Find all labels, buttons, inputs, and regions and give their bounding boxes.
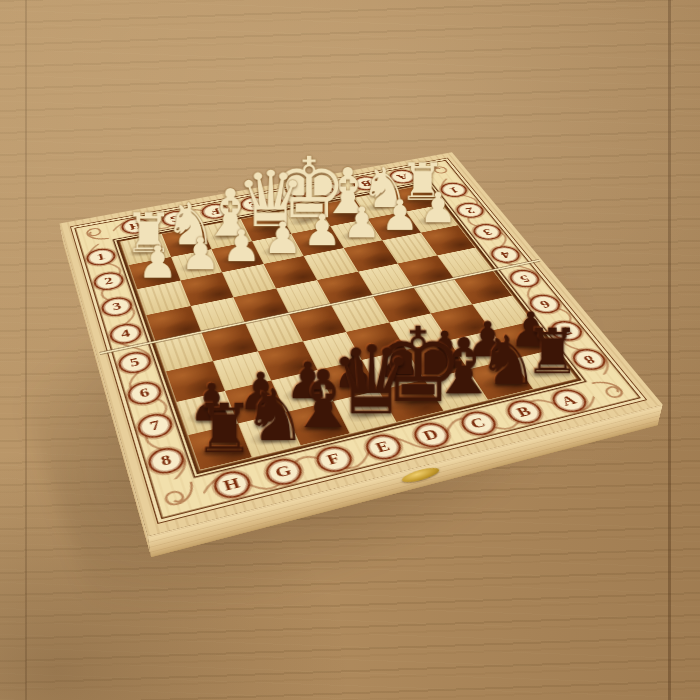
coord-file-b: B (501, 398, 546, 427)
coord-file-h: H (210, 468, 254, 502)
black-rook-glyph: ♜ (194, 398, 255, 461)
coord-file-d: D (409, 420, 454, 451)
scroll-icon (151, 476, 207, 520)
coord-file-f: F (311, 443, 356, 475)
coord-file-a: A (546, 387, 592, 416)
white-pawn-glyph: ♟ (303, 210, 342, 250)
white-pawn-glyph: ♟ (180, 234, 220, 275)
coord-rank-8: 8 (145, 444, 187, 476)
coord-rank-7: 7 (135, 411, 176, 441)
scroll-icon (585, 372, 643, 408)
wood-table: HGFEDCBA 12345678 ♜♞ (0, 0, 700, 700)
coord-rank-5: 5 (116, 349, 154, 376)
white-pawn-glyph: ♟ (381, 196, 419, 235)
coord-file-g: G (261, 456, 305, 489)
white-pawn-glyph: ♟ (263, 218, 302, 258)
white-pawn-glyph: ♟ (222, 226, 261, 266)
coord-rank-6: 6 (125, 379, 164, 407)
board-top-face: HGFEDCBA 12345678 ♜♞ (59, 152, 662, 536)
white-pawn-glyph: ♟ (342, 203, 380, 242)
chess-board: HGFEDCBA 12345678 ♜♞ (59, 152, 662, 536)
coord-file-e: E (361, 432, 406, 463)
white-pawn-glyph: ♟ (138, 242, 178, 283)
scene: HGFEDCBA 12345678 ♜♞ (0, 0, 700, 700)
